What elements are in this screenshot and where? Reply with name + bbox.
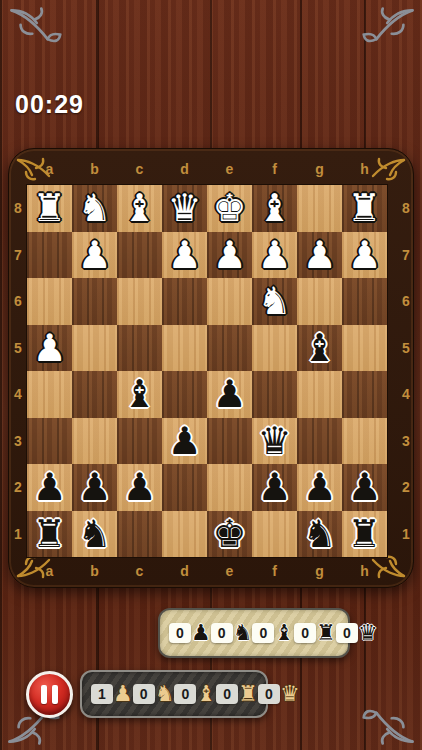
square-b6[interactable] [72, 278, 117, 325]
white-queen-icon: ♛ [280, 683, 300, 705]
capture-count: 0 [336, 623, 358, 643]
black-king[interactable]: ♚ [212, 511, 246, 557]
square-d4[interactable] [162, 371, 207, 418]
white-rook[interactable]: ♜ [32, 185, 66, 231]
capture-count: 0 [252, 623, 274, 643]
white-pawn[interactable]: ♟ [347, 232, 381, 278]
rank-label-6: 6 [9, 278, 27, 325]
square-h7[interactable]: ♟ [342, 232, 387, 279]
file-label-b: b [72, 158, 117, 180]
square-a2[interactable]: ♟ [27, 464, 72, 511]
black-pawn[interactable]: ♟ [77, 464, 111, 510]
white-queen[interactable]: ♛ [167, 185, 201, 231]
white-bishop[interactable]: ♝ [122, 185, 156, 231]
white-pawn-icon: ♟ [113, 683, 133, 705]
captured-black-pawn-counter: 0♟ [169, 622, 211, 644]
square-f6[interactable]: ♞ [252, 278, 297, 325]
square-e4[interactable]: ♟ [207, 371, 252, 418]
captured-black-bishop-counter: 0♝ [252, 622, 294, 644]
captured-white-knight-counter: 0♞ [133, 683, 175, 705]
white-king[interactable]: ♚ [212, 185, 246, 231]
black-knight-icon: ♞ [233, 622, 253, 644]
square-e5[interactable] [207, 325, 252, 372]
captured-white-pawn-counter: 1♟ [91, 683, 133, 705]
square-d6[interactable] [162, 278, 207, 325]
file-label-g: g [297, 158, 342, 180]
captured-black-knight-counter: 0♞ [211, 622, 253, 644]
square-b3[interactable] [72, 418, 117, 465]
square-h2[interactable]: ♟ [342, 464, 387, 511]
square-a7[interactable] [27, 232, 72, 279]
white-pawn[interactable]: ♟ [257, 232, 291, 278]
capture-count: 0 [294, 623, 316, 643]
square-e1[interactable]: ♚ [207, 511, 252, 558]
square-c2[interactable]: ♟ [117, 464, 162, 511]
captured-black-rook-counter: 0♜ [294, 622, 336, 644]
capture-count: 0 [211, 623, 233, 643]
square-b8[interactable]: ♞ [72, 185, 117, 232]
capture-count: 0 [174, 684, 196, 704]
square-a8[interactable]: ♜ [27, 185, 72, 232]
white-knight-icon: ♞ [155, 683, 175, 705]
black-pawn-icon: ♟ [191, 622, 211, 644]
captured-white-queen-counter: 0♛ [258, 683, 300, 705]
square-a5[interactable]: ♟ [27, 325, 72, 372]
square-f7[interactable]: ♟ [252, 232, 297, 279]
square-a4[interactable] [27, 371, 72, 418]
pause-icon [52, 685, 58, 704]
black-pawn[interactable]: ♟ [122, 464, 156, 510]
square-b1[interactable]: ♞ [72, 511, 117, 558]
square-c7[interactable] [117, 232, 162, 279]
file-labels-bottom: abcdefgh [27, 560, 387, 582]
game-clock: 00:29 [15, 90, 84, 119]
square-f8[interactable]: ♝ [252, 185, 297, 232]
captured-black-pieces-tray: 0♟0♞0♝0♜0♛ [158, 608, 350, 658]
file-labels-top: abcdefgh [27, 158, 387, 180]
square-g4[interactable] [297, 371, 342, 418]
white-rook-icon: ♜ [238, 683, 258, 705]
black-pawn[interactable]: ♟ [32, 464, 66, 510]
file-label-a: a [27, 158, 72, 180]
file-label-c: c [117, 158, 162, 180]
rank-label-8: 8 [397, 185, 415, 232]
rank-label-5: 5 [9, 325, 27, 372]
square-d1[interactable] [162, 511, 207, 558]
rank-label-2: 2 [397, 464, 415, 511]
white-pawn[interactable]: ♟ [167, 232, 201, 278]
white-rook[interactable]: ♜ [347, 185, 381, 231]
square-h6[interactable] [342, 278, 387, 325]
square-f5[interactable] [252, 325, 297, 372]
square-c5[interactable] [117, 325, 162, 372]
black-rook-icon: ♜ [316, 622, 336, 644]
rank-labels-right: 87654321 [397, 185, 415, 557]
pause-icon [41, 685, 47, 704]
rank-label-1: 1 [9, 511, 27, 558]
file-label-c: c [117, 560, 162, 582]
rank-label-4: 4 [9, 371, 27, 418]
square-b7[interactable]: ♟ [72, 232, 117, 279]
square-h1[interactable]: ♜ [342, 511, 387, 558]
black-rook[interactable]: ♜ [32, 511, 66, 557]
square-d3[interactable]: ♟ [162, 418, 207, 465]
black-bishop[interactable]: ♝ [302, 325, 336, 371]
square-c4[interactable]: ♝ [117, 371, 162, 418]
square-g8[interactable] [297, 185, 342, 232]
square-c6[interactable] [117, 278, 162, 325]
square-e8[interactable]: ♚ [207, 185, 252, 232]
square-c8[interactable]: ♝ [117, 185, 162, 232]
square-e6[interactable] [207, 278, 252, 325]
file-label-g: g [297, 560, 342, 582]
white-pawn[interactable]: ♟ [77, 232, 111, 278]
black-queen[interactable]: ♛ [257, 418, 291, 464]
rank-labels-left: 87654321 [9, 185, 27, 557]
square-c3[interactable] [117, 418, 162, 465]
black-queen-icon: ♛ [358, 622, 378, 644]
square-b2[interactable]: ♟ [72, 464, 117, 511]
white-knight[interactable]: ♞ [257, 278, 291, 324]
square-b4[interactable] [72, 371, 117, 418]
capture-count: 0 [216, 684, 238, 704]
captured-white-pieces-tray: 1♟0♞0♝0♜0♛ [80, 670, 268, 718]
white-pawn[interactable]: ♟ [302, 232, 336, 278]
square-g6[interactable] [297, 278, 342, 325]
file-label-e: e [207, 560, 252, 582]
chess-app-screen: 00:29 abcdefgh 8765 [0, 0, 422, 750]
file-label-a: a [27, 560, 72, 582]
square-a3[interactable] [27, 418, 72, 465]
file-label-f: f [252, 158, 297, 180]
file-label-b: b [72, 560, 117, 582]
rank-label-3: 3 [9, 418, 27, 465]
square-e2[interactable] [207, 464, 252, 511]
board-squares: ♜♞♝♛♚♝♜♟♟♟♟♟♟♞♟♝♝♟♟♛♟♟♟♟♟♟♜♞♚♞♜ [27, 185, 387, 557]
file-label-f: f [252, 560, 297, 582]
white-bishop[interactable]: ♝ [257, 185, 291, 231]
black-pawn[interactable]: ♟ [167, 418, 201, 464]
square-d2[interactable] [162, 464, 207, 511]
black-knight[interactable]: ♞ [302, 511, 336, 557]
captured-black-queen-counter: 0♛ [336, 622, 378, 644]
square-b5[interactable] [72, 325, 117, 372]
rank-label-1: 1 [397, 511, 415, 558]
square-g7[interactable]: ♟ [297, 232, 342, 279]
square-f3[interactable]: ♛ [252, 418, 297, 465]
rank-label-7: 7 [9, 232, 27, 279]
capture-count: 0 [169, 623, 191, 643]
file-label-e: e [207, 158, 252, 180]
capture-count: 0 [258, 684, 280, 704]
black-bishop[interactable]: ♝ [122, 371, 156, 417]
square-h4[interactable] [342, 371, 387, 418]
black-rook[interactable]: ♜ [347, 511, 381, 557]
rank-label-4: 4 [397, 371, 415, 418]
square-f1[interactable] [252, 511, 297, 558]
black-pawn[interactable]: ♟ [347, 464, 381, 510]
square-c1[interactable] [117, 511, 162, 558]
square-g2[interactable]: ♟ [297, 464, 342, 511]
rank-label-3: 3 [397, 418, 415, 465]
white-bishop-icon: ♝ [196, 683, 216, 705]
corner-flourish-top-right [362, 6, 416, 48]
black-pawn[interactable]: ♟ [257, 464, 291, 510]
rank-label-6: 6 [397, 278, 415, 325]
square-d8[interactable]: ♛ [162, 185, 207, 232]
corner-flourish-top-left [8, 6, 62, 48]
pause-button[interactable] [26, 671, 73, 718]
white-knight[interactable]: ♞ [77, 185, 111, 231]
square-d7[interactable]: ♟ [162, 232, 207, 279]
square-g3[interactable] [297, 418, 342, 465]
capture-count: 1 [91, 684, 113, 704]
white-pawn[interactable]: ♟ [32, 325, 66, 371]
rank-label-7: 7 [397, 232, 415, 279]
rank-label-5: 5 [397, 325, 415, 372]
rank-label-8: 8 [9, 185, 27, 232]
black-knight[interactable]: ♞ [77, 511, 111, 557]
captured-white-rook-counter: 0♜ [216, 683, 258, 705]
square-h8[interactable]: ♜ [342, 185, 387, 232]
square-g5[interactable]: ♝ [297, 325, 342, 372]
chess-board: abcdefgh 87654321 ♜♞♝♛♚♝♜♟♟♟♟♟♟♞♟♝♝♟♟♛♟♟… [8, 148, 414, 588]
black-pawn[interactable]: ♟ [212, 371, 246, 417]
file-label-h: h [342, 158, 387, 180]
white-pawn[interactable]: ♟ [212, 232, 246, 278]
square-h5[interactable] [342, 325, 387, 372]
black-pawn[interactable]: ♟ [302, 464, 336, 510]
square-f2[interactable]: ♟ [252, 464, 297, 511]
square-g1[interactable]: ♞ [297, 511, 342, 558]
square-a1[interactable]: ♜ [27, 511, 72, 558]
square-e3[interactable] [207, 418, 252, 465]
square-e7[interactable]: ♟ [207, 232, 252, 279]
corner-flourish-bottom-right [362, 704, 416, 746]
rank-label-2: 2 [9, 464, 27, 511]
square-a6[interactable] [27, 278, 72, 325]
square-h3[interactable] [342, 418, 387, 465]
black-bishop-icon: ♝ [274, 622, 294, 644]
file-label-d: d [162, 158, 207, 180]
capture-count: 0 [133, 684, 155, 704]
file-label-d: d [162, 560, 207, 582]
square-d5[interactable] [162, 325, 207, 372]
captured-white-bishop-counter: 0♝ [174, 683, 216, 705]
square-f4[interactable] [252, 371, 297, 418]
file-label-h: h [342, 560, 387, 582]
